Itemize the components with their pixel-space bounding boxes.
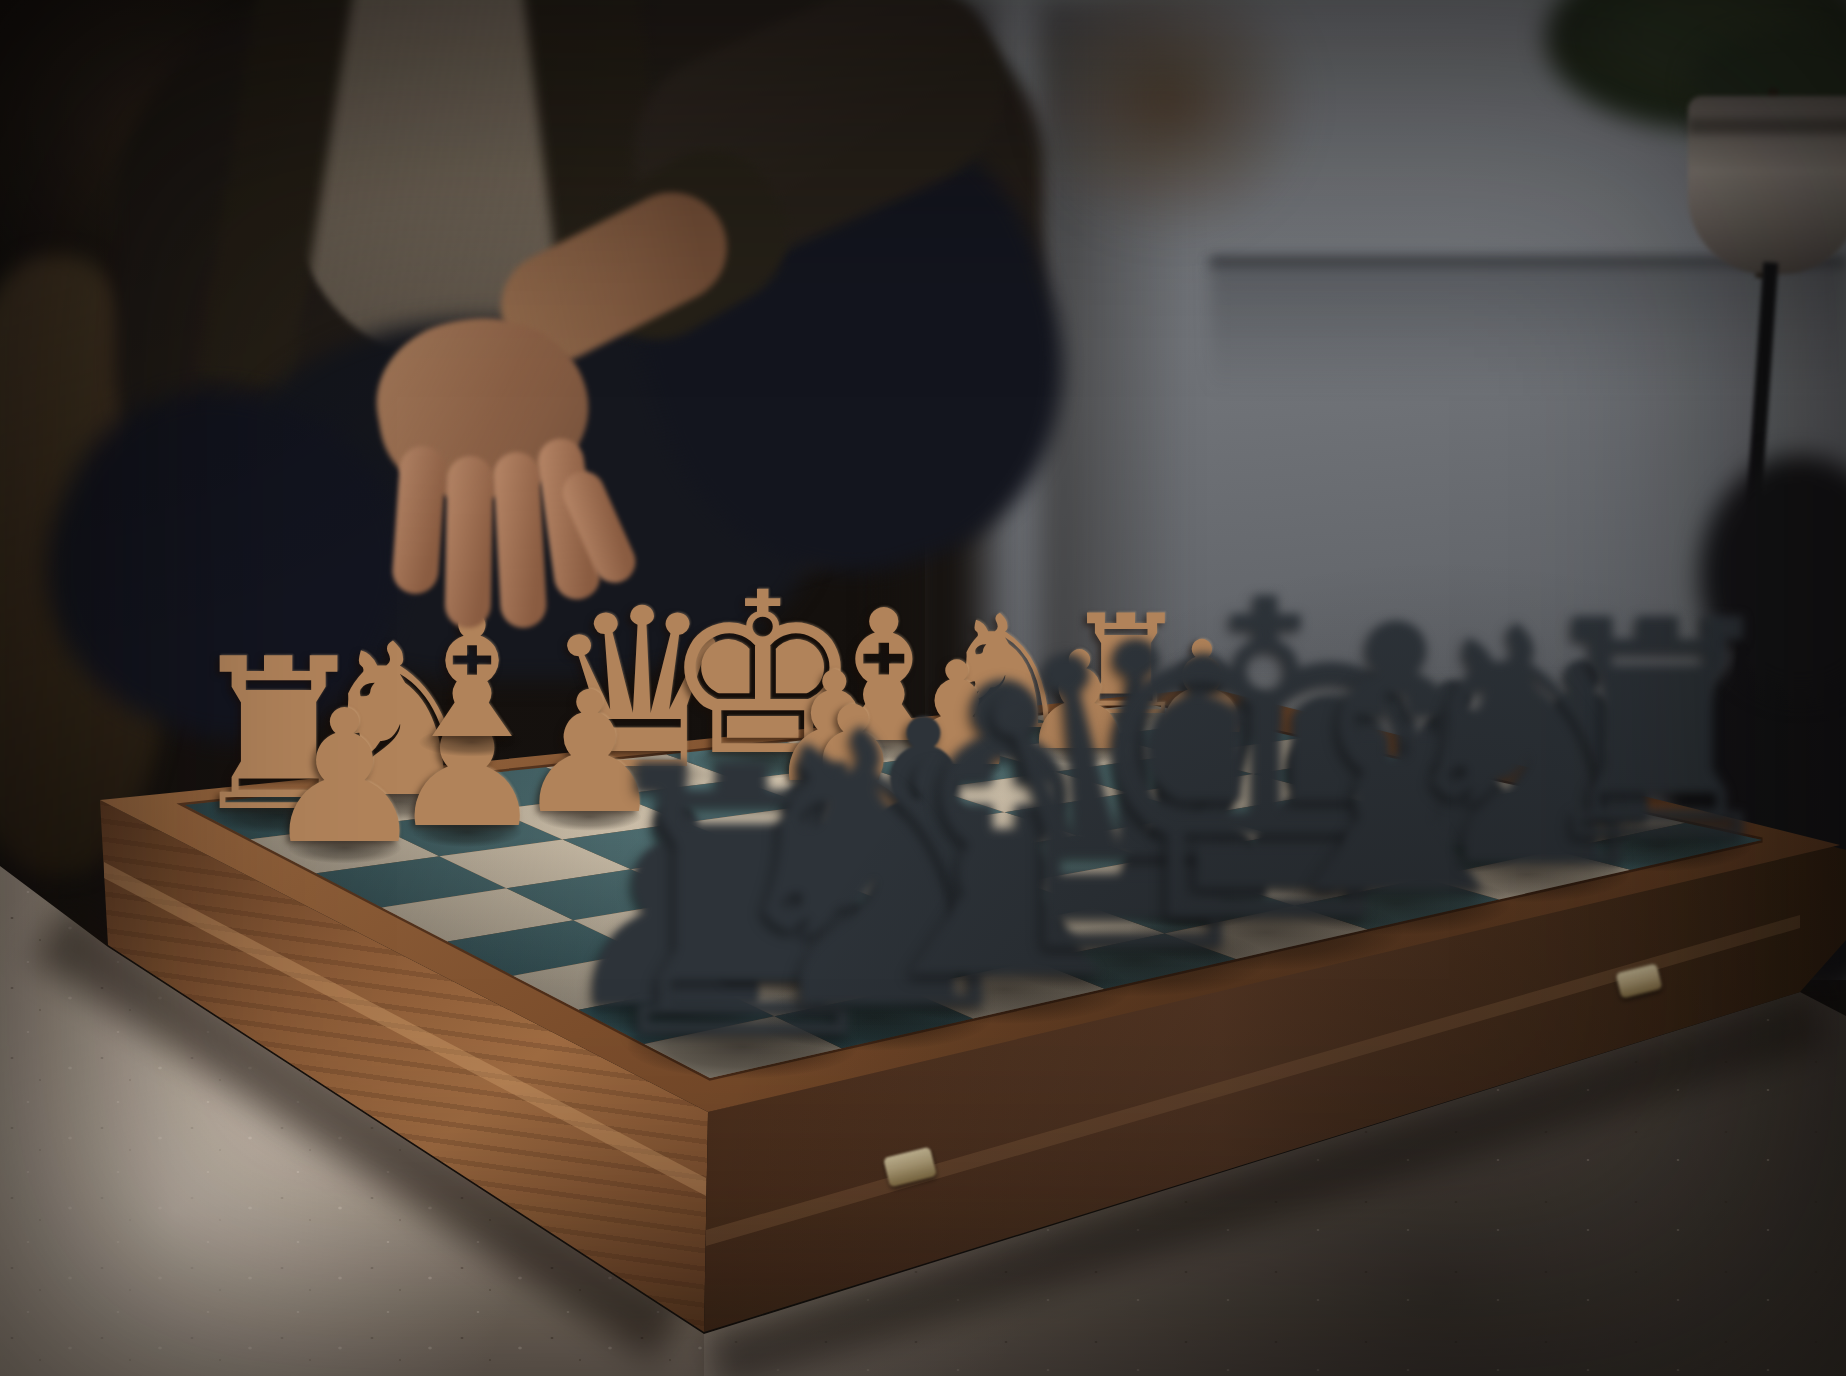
pieces-layer: ♜♞♛♚♝♞♜♟♟♟♟♟♟♟♟♜♞♝♛♚♝♞♜♟♟♟♟♟♟♟♟♝: [0, 0, 1846, 1376]
photo-scene: ♜♞♛♚♝♞♜♟♟♟♟♟♟♟♟♜♞♝♛♚♝♞♜♟♟♟♟♟♟♟♟♝: [0, 0, 1846, 1376]
piece-black-rook-h8[interactable]: ♜: [1523, 581, 1793, 882]
finger-ring: [445, 456, 494, 629]
